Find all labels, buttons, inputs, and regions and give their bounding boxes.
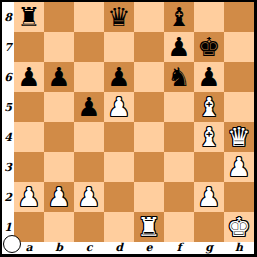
- black-pawn-icon[interactable]: ♟: [44, 62, 74, 92]
- white-pawn-icon[interactable]: ♟: [74, 182, 104, 212]
- white-king-icon[interactable]: ♚: [224, 212, 254, 242]
- square-c7[interactable]: [74, 32, 104, 62]
- square-a4[interactable]: [14, 122, 44, 152]
- file-label-h: h: [224, 242, 254, 254]
- chess-board: ♜♛♝♟♚♟♟♟♞♟♟♟♝♝♛♟♟♟♟♟♜♚: [14, 2, 254, 242]
- square-e7[interactable]: [134, 32, 164, 62]
- black-pawn-icon[interactable]: ♟: [14, 62, 44, 92]
- square-f6[interactable]: ♞: [164, 62, 194, 92]
- square-h5[interactable]: [224, 92, 254, 122]
- square-f1[interactable]: [164, 212, 194, 242]
- square-g7[interactable]: ♚: [194, 32, 224, 62]
- square-d2[interactable]: [104, 182, 134, 212]
- square-e3[interactable]: [134, 152, 164, 182]
- square-g2[interactable]: ♟: [194, 182, 224, 212]
- square-g8[interactable]: [194, 2, 224, 32]
- square-c1[interactable]: [74, 212, 104, 242]
- square-b1[interactable]: [44, 212, 74, 242]
- square-d5[interactable]: ♟: [104, 92, 134, 122]
- square-e1[interactable]: ♜: [134, 212, 164, 242]
- square-a8[interactable]: ♜: [14, 2, 44, 32]
- square-a6[interactable]: ♟: [14, 62, 44, 92]
- rank-label-7: 7: [2, 32, 14, 62]
- square-e5[interactable]: [134, 92, 164, 122]
- square-c5[interactable]: ♟: [74, 92, 104, 122]
- square-b4[interactable]: [44, 122, 74, 152]
- square-f2[interactable]: [164, 182, 194, 212]
- square-d6[interactable]: ♟: [104, 62, 134, 92]
- square-e6[interactable]: [134, 62, 164, 92]
- square-h7[interactable]: [224, 32, 254, 62]
- square-c8[interactable]: [74, 2, 104, 32]
- rank-label-2: 2: [2, 182, 14, 212]
- square-f5[interactable]: [164, 92, 194, 122]
- square-d1[interactable]: [104, 212, 134, 242]
- black-pawn-icon[interactable]: ♟: [194, 62, 224, 92]
- white-queen-icon[interactable]: ♛: [224, 122, 254, 152]
- square-f7[interactable]: ♟: [164, 32, 194, 62]
- white-to-move-indicator: [3, 235, 21, 253]
- file-label-g: g: [194, 242, 224, 254]
- white-pawn-icon[interactable]: ♟: [44, 182, 74, 212]
- square-h6[interactable]: [224, 62, 254, 92]
- chess-diagram: 87654321 ♜♛♝♟♚♟♟♟♞♟♟♟♝♝♛♟♟♟♟♟♜♚ abcdefgh: [0, 0, 257, 257]
- rank-label-6: 6: [2, 62, 14, 92]
- black-pawn-icon[interactable]: ♟: [74, 92, 104, 122]
- file-label-e: e: [134, 242, 164, 254]
- black-pawn-icon[interactable]: ♟: [104, 62, 134, 92]
- square-f8[interactable]: ♝: [164, 2, 194, 32]
- rank-labels: 87654321: [2, 2, 14, 242]
- square-g4[interactable]: ♝: [194, 122, 224, 152]
- file-labels: abcdefgh: [14, 242, 254, 254]
- white-pawn-icon[interactable]: ♟: [194, 182, 224, 212]
- black-rook-icon[interactable]: ♜: [14, 2, 44, 32]
- white-pawn-icon[interactable]: ♟: [104, 92, 134, 122]
- square-d3[interactable]: [104, 152, 134, 182]
- file-label-d: d: [104, 242, 134, 254]
- square-g3[interactable]: [194, 152, 224, 182]
- rank-label-5: 5: [2, 92, 14, 122]
- white-pawn-icon[interactable]: ♟: [224, 152, 254, 182]
- black-knight-icon[interactable]: ♞: [164, 62, 194, 92]
- square-d8[interactable]: ♛: [104, 2, 134, 32]
- square-d4[interactable]: [104, 122, 134, 152]
- square-e4[interactable]: [134, 122, 164, 152]
- black-king-icon[interactable]: ♚: [194, 32, 224, 62]
- square-b8[interactable]: [44, 2, 74, 32]
- rank-label-4: 4: [2, 122, 14, 152]
- file-label-b: b: [44, 242, 74, 254]
- square-b6[interactable]: ♟: [44, 62, 74, 92]
- white-bishop-icon[interactable]: ♝: [194, 122, 224, 152]
- square-c4[interactable]: [74, 122, 104, 152]
- square-b3[interactable]: [44, 152, 74, 182]
- square-c3[interactable]: [74, 152, 104, 182]
- square-e2[interactable]: [134, 182, 164, 212]
- white-pawn-icon[interactable]: ♟: [14, 182, 44, 212]
- square-b5[interactable]: [44, 92, 74, 122]
- rank-label-3: 3: [2, 152, 14, 182]
- square-b2[interactable]: ♟: [44, 182, 74, 212]
- square-h4[interactable]: ♛: [224, 122, 254, 152]
- white-bishop-icon[interactable]: ♝: [194, 92, 224, 122]
- square-h1[interactable]: ♚: [224, 212, 254, 242]
- black-pawn-icon[interactable]: ♟: [164, 32, 194, 62]
- square-a3[interactable]: [14, 152, 44, 182]
- square-f4[interactable]: [164, 122, 194, 152]
- square-c6[interactable]: [74, 62, 104, 92]
- square-g5[interactable]: ♝: [194, 92, 224, 122]
- square-g6[interactable]: ♟: [194, 62, 224, 92]
- square-g1[interactable]: [194, 212, 224, 242]
- square-d7[interactable]: [104, 32, 134, 62]
- file-label-f: f: [164, 242, 194, 254]
- square-h8[interactable]: [224, 2, 254, 32]
- white-rook-icon[interactable]: ♜: [134, 212, 164, 242]
- square-e8[interactable]: [134, 2, 164, 32]
- rank-label-8: 8: [2, 2, 14, 32]
- diagram-layout: 87654321 ♜♛♝♟♚♟♟♟♞♟♟♟♝♝♛♟♟♟♟♟♜♚ abcdefgh: [2, 2, 254, 254]
- black-bishop-icon[interactable]: ♝: [164, 2, 194, 32]
- square-f3[interactable]: [164, 152, 194, 182]
- square-a5[interactable]: [14, 92, 44, 122]
- square-a2[interactable]: ♟: [14, 182, 44, 212]
- file-label-c: c: [74, 242, 104, 254]
- square-b7[interactable]: [44, 32, 74, 62]
- black-queen-icon[interactable]: ♛: [104, 2, 134, 32]
- square-h3[interactable]: ♟: [224, 152, 254, 182]
- square-c2[interactable]: ♟: [74, 182, 104, 212]
- square-a7[interactable]: [14, 32, 44, 62]
- square-h2[interactable]: [224, 182, 254, 212]
